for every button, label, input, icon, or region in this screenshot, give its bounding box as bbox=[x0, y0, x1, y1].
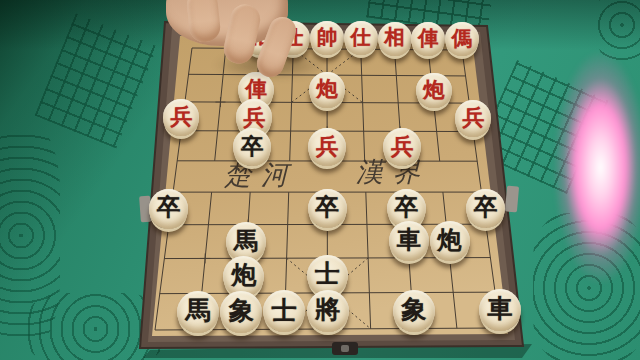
piece-red-兵[interactable]: 兵 bbox=[383, 128, 421, 166]
piece-black-將[interactable]: 將 bbox=[307, 290, 349, 332]
piece-glyph: 卒 bbox=[316, 196, 340, 220]
piece-black-馬[interactable]: 馬 bbox=[177, 291, 219, 333]
piece-glyph: 卒 bbox=[395, 196, 419, 220]
piece-glyph: 馬 bbox=[186, 298, 211, 323]
piece-red-兵[interactable]: 兵 bbox=[455, 100, 492, 137]
piece-red-相[interactable]: 相 bbox=[378, 22, 412, 56]
piece-red-炮[interactable]: 炮 bbox=[309, 72, 345, 108]
piece-glyph: 俥 bbox=[418, 28, 438, 48]
piece-glyph: 士 bbox=[315, 262, 340, 287]
piece-black-車[interactable]: 車 bbox=[479, 289, 521, 331]
piece-glyph: 俥 bbox=[245, 78, 266, 99]
piece-glyph: 卒 bbox=[241, 135, 264, 158]
piece-glyph: 兵 bbox=[243, 106, 265, 128]
piece-black-象[interactable]: 象 bbox=[393, 290, 435, 332]
piece-glyph: 兵 bbox=[391, 135, 414, 158]
piece-glyph: 象 bbox=[229, 298, 254, 323]
piece-glyph: 士 bbox=[272, 298, 297, 323]
piece-glyph: 仕 bbox=[351, 27, 371, 47]
piece-black-卒[interactable]: 卒 bbox=[233, 128, 271, 166]
piece-red-兵[interactable]: 兵 bbox=[163, 99, 200, 136]
piece-glyph: 炮 bbox=[231, 263, 256, 288]
piece-glyph: 兵 bbox=[316, 135, 339, 158]
piece-glyph: 卒 bbox=[157, 196, 181, 220]
piece-glyph: 炮 bbox=[438, 228, 462, 252]
hinge-right bbox=[505, 186, 519, 213]
piece-glyph: 馬 bbox=[234, 229, 258, 253]
piece-black-炮[interactable]: 炮 bbox=[430, 221, 470, 261]
piece-glyph: 傌 bbox=[452, 28, 472, 48]
piece-glyph: 炮 bbox=[423, 79, 444, 100]
piece-red-仕[interactable]: 仕 bbox=[344, 21, 378, 55]
piece-glyph: 象 bbox=[401, 297, 426, 322]
scene: 楚河 漢界 相仕帥仕相俥傌俥炮炮兵兵兵兵兵卒卒卒卒卒馬車炮炮士馬象士將象車 bbox=[0, 0, 640, 360]
piece-glyph: 將 bbox=[315, 297, 340, 322]
piece-red-俥[interactable]: 俥 bbox=[411, 22, 445, 56]
piece-glyph: 兵 bbox=[462, 106, 484, 128]
piece-glyph: 兵 bbox=[170, 105, 192, 127]
piece-glyph: 相 bbox=[384, 27, 404, 47]
piece-red-兵[interactable]: 兵 bbox=[308, 128, 346, 166]
piece-black-象[interactable]: 象 bbox=[220, 291, 262, 333]
piece-glyph: 卒 bbox=[474, 196, 498, 220]
piece-glyph: 車 bbox=[397, 228, 421, 252]
piece-glyph: 帥 bbox=[317, 27, 337, 47]
board-clasp-pin bbox=[341, 345, 349, 352]
piece-glyph: 炮 bbox=[316, 78, 337, 99]
piece-red-炮[interactable]: 炮 bbox=[416, 73, 452, 109]
piece-red-帥[interactable]: 帥 bbox=[310, 21, 344, 55]
piece-red-傌[interactable]: 傌 bbox=[445, 22, 479, 56]
piece-black-卒[interactable]: 卒 bbox=[149, 189, 188, 228]
piece-glyph: 車 bbox=[487, 296, 512, 321]
